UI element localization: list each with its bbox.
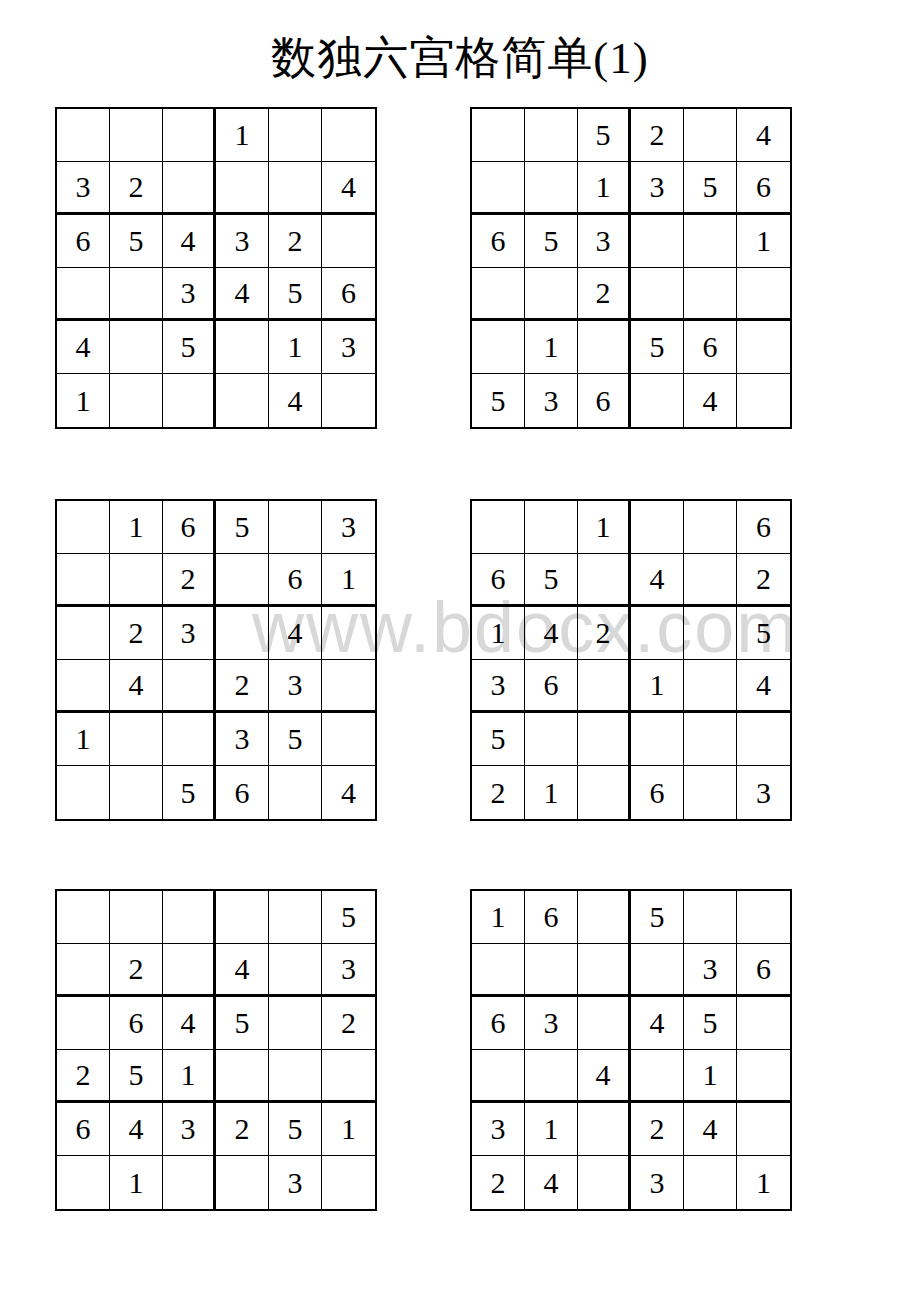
cell-r6c1: 1 — [57, 374, 110, 427]
cell-r4c4: 2 — [216, 660, 269, 713]
cell-r5c4 — [216, 321, 269, 374]
cell-r1c5 — [684, 109, 737, 162]
cell-r3c3 — [578, 997, 631, 1050]
cell-r5c2: 4 — [110, 1103, 163, 1156]
cell-r5c4: 2 — [631, 1103, 684, 1156]
cell-r3c1 — [57, 607, 110, 660]
cell-r6c6: 1 — [737, 1156, 790, 1209]
cell-r6c1: 5 — [472, 374, 525, 427]
cell-r1c3: 6 — [163, 501, 216, 554]
sudoku-grid-4: 1665421425361452163 — [470, 499, 792, 821]
cell-r2c3 — [578, 944, 631, 997]
cell-r4c6 — [737, 268, 790, 321]
cell-r2c3 — [163, 944, 216, 997]
cell-r1c4: 1 — [216, 109, 269, 162]
cell-r4c6 — [737, 1050, 790, 1103]
cell-r3c6: 2 — [322, 997, 375, 1050]
cell-r2c3: 1 — [578, 162, 631, 215]
cell-r2c3: 2 — [163, 554, 216, 607]
cell-r6c2: 1 — [110, 1156, 163, 1209]
cell-r5c1: 1 — [57, 713, 110, 766]
cell-r3c1: 6 — [472, 997, 525, 1050]
cell-r3c1: 6 — [57, 215, 110, 268]
cell-r4c2 — [525, 1050, 578, 1103]
cell-r6c6 — [737, 374, 790, 427]
cell-r2c6: 6 — [737, 162, 790, 215]
cell-r3c5: 4 — [269, 607, 322, 660]
cell-r4c2: 6 — [525, 660, 578, 713]
cell-r1c1 — [57, 891, 110, 944]
cell-r6c5 — [269, 766, 322, 819]
cell-r6c3: 5 — [163, 766, 216, 819]
cell-r6c3 — [578, 766, 631, 819]
cell-r2c6: 1 — [322, 554, 375, 607]
cell-r5c5: 4 — [684, 1103, 737, 1156]
cell-r1c3 — [163, 109, 216, 162]
cell-r5c3 — [163, 713, 216, 766]
cell-r2c1 — [472, 944, 525, 997]
cell-r6c1 — [57, 766, 110, 819]
cell-r4c1 — [472, 1050, 525, 1103]
cell-r6c2: 3 — [525, 374, 578, 427]
cell-r1c6: 4 — [737, 109, 790, 162]
cell-r2c5 — [269, 162, 322, 215]
cell-r5c5: 5 — [269, 713, 322, 766]
cell-r2c6: 3 — [322, 944, 375, 997]
cell-r5c6 — [322, 713, 375, 766]
cell-r5c6 — [737, 713, 790, 766]
cell-r6c5: 3 — [269, 1156, 322, 1209]
cell-r2c4 — [216, 162, 269, 215]
cell-r3c4 — [631, 607, 684, 660]
cell-r4c1: 3 — [472, 660, 525, 713]
cell-r6c3 — [163, 374, 216, 427]
cell-r2c2 — [110, 554, 163, 607]
cell-r1c4: 5 — [216, 501, 269, 554]
cell-r5c2: 1 — [525, 1103, 578, 1156]
cell-r4c1 — [57, 268, 110, 321]
cell-r5c5: 5 — [269, 1103, 322, 1156]
cell-r1c3 — [578, 891, 631, 944]
cell-r4c5 — [684, 660, 737, 713]
cell-r2c5: 6 — [269, 554, 322, 607]
cell-r3c1: 1 — [472, 607, 525, 660]
cell-r2c4 — [216, 554, 269, 607]
cell-r5c4: 2 — [216, 1103, 269, 1156]
cell-r3c6: 1 — [737, 215, 790, 268]
cell-r3c5: 2 — [269, 215, 322, 268]
cell-r2c3 — [163, 162, 216, 215]
cell-r4c4: 1 — [631, 660, 684, 713]
cell-r1c6: 6 — [737, 501, 790, 554]
cell-r4c2: 5 — [110, 1050, 163, 1103]
cell-r3c5 — [684, 215, 737, 268]
cell-r2c5: 5 — [684, 162, 737, 215]
cell-r4c6: 4 — [737, 660, 790, 713]
cell-r1c4 — [216, 891, 269, 944]
cell-r4c5 — [269, 1050, 322, 1103]
cell-r2c5 — [269, 944, 322, 997]
cell-r5c1: 5 — [472, 713, 525, 766]
cell-r6c3 — [163, 1156, 216, 1209]
cell-r2c3 — [578, 554, 631, 607]
cell-r3c2: 4 — [525, 607, 578, 660]
cell-r5c2 — [525, 713, 578, 766]
cell-r6c6: 3 — [737, 766, 790, 819]
cell-r4c4: 4 — [216, 268, 269, 321]
cell-r1c4: 2 — [631, 109, 684, 162]
cell-r5c3: 3 — [163, 1103, 216, 1156]
cell-r6c6: 4 — [322, 766, 375, 819]
cell-r3c5 — [269, 997, 322, 1050]
cell-r1c6: 5 — [322, 891, 375, 944]
cell-r6c3: 6 — [578, 374, 631, 427]
cell-r1c6: 3 — [322, 501, 375, 554]
cell-r4c4 — [216, 1050, 269, 1103]
cell-r1c5 — [269, 891, 322, 944]
cell-r4c5: 5 — [269, 268, 322, 321]
cell-r4c3: 1 — [163, 1050, 216, 1103]
cell-r4c1: 2 — [57, 1050, 110, 1103]
cell-r2c5: 3 — [684, 944, 737, 997]
cell-r3c4: 5 — [216, 997, 269, 1050]
cell-r4c2: 4 — [110, 660, 163, 713]
cell-r6c1: 2 — [472, 766, 525, 819]
cell-r1c6 — [737, 891, 790, 944]
cell-r1c1 — [472, 501, 525, 554]
cell-r5c4: 5 — [631, 321, 684, 374]
cell-r4c4 — [631, 268, 684, 321]
cell-r6c4: 6 — [216, 766, 269, 819]
cell-r2c4: 4 — [216, 944, 269, 997]
cell-r2c1: 3 — [57, 162, 110, 215]
cell-r4c4 — [631, 1050, 684, 1103]
cell-r5c2 — [110, 713, 163, 766]
cell-r5c5: 6 — [684, 321, 737, 374]
cell-r4c6 — [322, 1050, 375, 1103]
cell-r3c4 — [216, 607, 269, 660]
cell-r5c3 — [578, 321, 631, 374]
cell-r2c6: 6 — [737, 944, 790, 997]
cell-r1c3 — [163, 891, 216, 944]
cell-r1c3: 5 — [578, 109, 631, 162]
cell-r5c6: 1 — [322, 1103, 375, 1156]
cell-r1c4: 5 — [631, 891, 684, 944]
cell-r2c1 — [57, 554, 110, 607]
cell-r1c3: 1 — [578, 501, 631, 554]
cell-r5c5 — [684, 713, 737, 766]
cell-r2c1 — [472, 162, 525, 215]
cell-r5c1: 3 — [472, 1103, 525, 1156]
cell-r5c6 — [737, 321, 790, 374]
cell-r2c6: 4 — [322, 162, 375, 215]
cell-r3c2: 3 — [525, 997, 578, 1050]
cell-r4c2 — [110, 268, 163, 321]
cell-r1c1 — [57, 109, 110, 162]
cell-r1c1 — [472, 109, 525, 162]
cell-r5c3 — [578, 1103, 631, 1156]
cell-r3c6: 5 — [737, 607, 790, 660]
sudoku-grid-5: 5243645225164325113 — [55, 889, 377, 1211]
cell-r2c4 — [631, 944, 684, 997]
cell-r1c2 — [525, 501, 578, 554]
cell-r5c1: 4 — [57, 321, 110, 374]
cell-r4c1 — [472, 268, 525, 321]
cell-r5c3: 5 — [163, 321, 216, 374]
cell-r5c5: 1 — [269, 321, 322, 374]
cell-r6c4: 6 — [631, 766, 684, 819]
cell-r6c6 — [322, 374, 375, 427]
cell-r4c3: 3 — [163, 268, 216, 321]
page-title: 数独六宫格简单(1) — [0, 28, 920, 88]
cell-r6c4 — [216, 1156, 269, 1209]
cell-r5c1 — [472, 321, 525, 374]
cell-r2c2 — [525, 944, 578, 997]
cell-r3c3: 3 — [163, 607, 216, 660]
cell-r2c5 — [684, 554, 737, 607]
cell-r4c3: 4 — [578, 1050, 631, 1103]
cell-r3c4: 3 — [216, 215, 269, 268]
cell-r3c3: 4 — [163, 215, 216, 268]
cell-r3c4: 4 — [631, 997, 684, 1050]
cell-r4c5: 3 — [269, 660, 322, 713]
cell-r3c1 — [57, 997, 110, 1050]
cell-r6c2 — [110, 374, 163, 427]
cell-r6c5: 4 — [684, 374, 737, 427]
cell-r6c2 — [110, 766, 163, 819]
sudoku-grid-2: 5241356653121565364 — [470, 107, 792, 429]
cell-r2c2 — [525, 162, 578, 215]
cell-r4c3 — [163, 660, 216, 713]
cell-r2c4: 4 — [631, 554, 684, 607]
cell-r5c6 — [737, 1103, 790, 1156]
cell-r2c2: 2 — [110, 162, 163, 215]
cell-r3c2: 6 — [110, 997, 163, 1050]
cell-r4c5: 1 — [684, 1050, 737, 1103]
cell-r4c3 — [578, 660, 631, 713]
cell-r1c5 — [269, 109, 322, 162]
cell-r1c2: 1 — [110, 501, 163, 554]
cell-r3c3: 4 — [163, 997, 216, 1050]
cell-r6c5: 4 — [269, 374, 322, 427]
cell-r6c4 — [216, 374, 269, 427]
cell-r6c5 — [684, 766, 737, 819]
cell-r3c2: 2 — [110, 607, 163, 660]
cell-r5c3 — [578, 713, 631, 766]
cell-r4c6 — [322, 660, 375, 713]
cell-r4c3: 2 — [578, 268, 631, 321]
cell-r3c6 — [322, 607, 375, 660]
cell-r6c5 — [684, 1156, 737, 1209]
cell-r3c5: 5 — [684, 997, 737, 1050]
cell-r1c5 — [269, 501, 322, 554]
cell-r2c2: 2 — [110, 944, 163, 997]
cell-r1c2 — [525, 109, 578, 162]
cell-r3c2: 5 — [525, 215, 578, 268]
cell-r1c5 — [684, 501, 737, 554]
cell-r5c2: 1 — [525, 321, 578, 374]
cell-r1c5 — [684, 891, 737, 944]
cell-r2c4: 3 — [631, 162, 684, 215]
cell-r5c2 — [110, 321, 163, 374]
cell-r3c1: 6 — [472, 215, 525, 268]
cell-r6c3 — [578, 1156, 631, 1209]
sudoku-grid-6: 1653663454131242431 — [470, 889, 792, 1211]
cell-r6c2: 4 — [525, 1156, 578, 1209]
cell-r6c4 — [631, 374, 684, 427]
cell-r1c2: 6 — [525, 891, 578, 944]
cell-r5c4 — [631, 713, 684, 766]
cell-r2c1 — [57, 944, 110, 997]
cell-r6c6 — [322, 1156, 375, 1209]
cell-r5c6: 3 — [322, 321, 375, 374]
cell-r1c2 — [110, 109, 163, 162]
cell-r1c4 — [631, 501, 684, 554]
cell-r3c3: 3 — [578, 215, 631, 268]
cell-r2c1: 6 — [472, 554, 525, 607]
cell-r3c4 — [631, 215, 684, 268]
cell-r6c1 — [57, 1156, 110, 1209]
cell-r5c1: 6 — [57, 1103, 110, 1156]
cell-r4c1 — [57, 660, 110, 713]
sudoku-grid-3: 1653261234423135564 — [55, 499, 377, 821]
cell-r3c6 — [737, 997, 790, 1050]
cell-r1c1 — [57, 501, 110, 554]
cell-r5c4: 3 — [216, 713, 269, 766]
cell-r3c5 — [684, 607, 737, 660]
cell-r1c2 — [110, 891, 163, 944]
cell-r2c2: 5 — [525, 554, 578, 607]
sudoku-grid-1: 1324654323456451314 — [55, 107, 377, 429]
cell-r1c6 — [322, 109, 375, 162]
cell-r4c2 — [525, 268, 578, 321]
cell-r3c6 — [322, 215, 375, 268]
cell-r3c3: 2 — [578, 607, 631, 660]
cell-r2c6: 2 — [737, 554, 790, 607]
cell-r4c5 — [684, 268, 737, 321]
cell-r4c6: 6 — [322, 268, 375, 321]
cell-r1c1: 1 — [472, 891, 525, 944]
cell-r6c4: 3 — [631, 1156, 684, 1209]
cell-r6c1: 2 — [472, 1156, 525, 1209]
cell-r3c2: 5 — [110, 215, 163, 268]
cell-r6c2: 1 — [525, 766, 578, 819]
